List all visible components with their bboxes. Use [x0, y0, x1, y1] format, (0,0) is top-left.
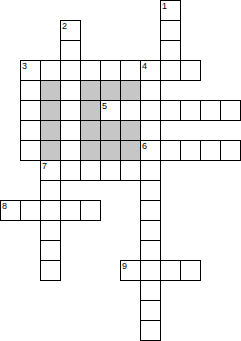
shaded-cell-r6c2: [40, 120, 61, 141]
answer-cell-r1c3[interactable]: 2: [60, 20, 81, 41]
shaded-cell-r7c2: [40, 140, 61, 161]
answer-cell-r3c4[interactable]: [80, 60, 101, 81]
answer-cell-r3c1[interactable]: 3: [20, 60, 41, 81]
answer-cell-r8c2[interactable]: 7: [40, 160, 61, 181]
answer-cell-r4c7[interactable]: [140, 80, 161, 101]
answer-cell-r5c3[interactable]: [60, 100, 81, 121]
shaded-cell-r5c4: [80, 100, 101, 121]
answer-cell-r8c3[interactable]: [60, 160, 81, 181]
answer-cell-r7c10[interactable]: [200, 140, 221, 161]
shaded-cell-r5c2: [40, 100, 61, 121]
shaded-cell-r4c5: [100, 80, 121, 101]
answer-cell-r11c7[interactable]: [140, 220, 161, 241]
shaded-cell-r6c6: [120, 120, 141, 141]
answer-cell-r5c10[interactable]: [200, 100, 221, 121]
answer-cell-r7c8[interactable]: [160, 140, 181, 161]
answer-cell-r3c8[interactable]: [160, 60, 181, 81]
clue-number-3: 3: [22, 61, 27, 71]
answer-cell-r6c1[interactable]: [20, 120, 41, 141]
answer-cell-r2c8[interactable]: [160, 40, 181, 61]
answer-cell-r15c7[interactable]: [140, 300, 161, 321]
answer-cell-r14c7[interactable]: [140, 280, 161, 301]
answer-cell-r1c8[interactable]: [160, 20, 181, 41]
clue-number-7: 7: [42, 161, 47, 171]
answer-cell-r5c8[interactable]: [160, 100, 181, 121]
answer-cell-r9c7[interactable]: [140, 180, 161, 201]
answer-cell-r3c6[interactable]: [120, 60, 141, 81]
answer-cell-r8c4[interactable]: [80, 160, 101, 181]
answer-cell-r7c1[interactable]: [20, 140, 41, 161]
answer-cell-r3c3[interactable]: [60, 60, 81, 81]
answer-cell-r5c7[interactable]: [140, 100, 161, 121]
clue-number-8: 8: [2, 201, 7, 211]
answer-cell-r12c7[interactable]: [140, 240, 161, 261]
answer-cell-r4c3[interactable]: [60, 80, 81, 101]
answer-cell-r5c1[interactable]: [20, 100, 41, 121]
shaded-cell-r4c2: [40, 80, 61, 101]
answer-cell-r7c7[interactable]: 6: [140, 140, 161, 161]
answer-cell-r3c7[interactable]: 4: [140, 60, 161, 81]
answer-cell-r5c11[interactable]: [220, 100, 241, 121]
answer-cell-r16c7[interactable]: [140, 320, 161, 341]
answer-cell-r4c1[interactable]: [20, 80, 41, 101]
clue-number-2: 2: [62, 21, 67, 31]
answer-cell-r7c3[interactable]: [60, 140, 81, 161]
answer-cell-r13c6[interactable]: 9: [120, 260, 141, 281]
answer-cell-r7c11[interactable]: [220, 140, 241, 161]
answer-cell-r10c7[interactable]: [140, 200, 161, 221]
shaded-cell-r6c5: [100, 120, 121, 141]
answer-cell-r13c2[interactable]: [40, 260, 61, 281]
answer-cell-r13c8[interactable]: [160, 260, 181, 281]
shaded-cell-r7c4: [80, 140, 101, 161]
answer-cell-r10c1[interactable]: [20, 200, 41, 221]
crossword-puzzle-page: 123456789: [0, 0, 241, 341]
answer-cell-r3c9[interactable]: [180, 60, 201, 81]
answer-cell-r10c0[interactable]: 8: [0, 200, 21, 221]
shaded-cell-r7c5: [100, 140, 121, 161]
answer-cell-r7c9[interactable]: [180, 140, 201, 161]
answer-cell-r0c8[interactable]: 1: [160, 0, 181, 21]
answer-cell-r8c6[interactable]: [120, 160, 141, 181]
crossword-grid: 123456789: [0, 0, 241, 341]
answer-cell-r10c3[interactable]: [60, 200, 81, 221]
answer-cell-r3c2[interactable]: [40, 60, 61, 81]
answer-cell-r5c5[interactable]: 5: [100, 100, 121, 121]
answer-cell-r8c5[interactable]: [100, 160, 121, 181]
clue-number-5: 5: [102, 101, 107, 111]
answer-cell-r13c9[interactable]: [180, 260, 201, 281]
answer-cell-r9c2[interactable]: [40, 180, 61, 201]
answer-cell-r10c2[interactable]: [40, 200, 61, 221]
clue-number-6: 6: [142, 141, 147, 151]
answer-cell-r11c2[interactable]: [40, 220, 61, 241]
answer-cell-r10c4[interactable]: [80, 200, 101, 221]
shaded-cell-r4c6: [120, 80, 141, 101]
shaded-cell-r7c6: [120, 140, 141, 161]
answer-cell-r5c9[interactable]: [180, 100, 201, 121]
answer-cell-r8c7[interactable]: [140, 160, 161, 181]
shaded-cell-r4c4: [80, 80, 101, 101]
answer-cell-r13c7[interactable]: [140, 260, 161, 281]
clue-number-4: 4: [142, 61, 147, 71]
answer-cell-r6c3[interactable]: [60, 120, 81, 141]
answer-cell-r5c6[interactable]: [120, 100, 141, 121]
clue-number-1: 1: [162, 1, 167, 11]
answer-cell-r12c2[interactable]: [40, 240, 61, 261]
clue-number-9: 9: [122, 261, 127, 271]
answer-cell-r6c7[interactable]: [140, 120, 161, 141]
shaded-cell-r6c4: [80, 120, 101, 141]
answer-cell-r3c5[interactable]: [100, 60, 121, 81]
answer-cell-r2c3[interactable]: [60, 40, 81, 61]
